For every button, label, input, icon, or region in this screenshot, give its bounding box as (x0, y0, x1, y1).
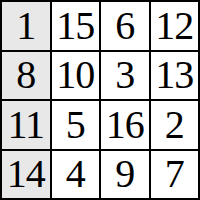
grid-cell-r4c2: 4 (52, 151, 100, 199)
grid-cell-r1c3: 6 (101, 2, 149, 50)
grid-cell-r1c1: 1 (2, 2, 50, 50)
grid-cell-r1c2: 15 (52, 2, 100, 50)
grid-cell-r4c4: 7 (151, 151, 199, 199)
grid-cell-r1c4: 12 (151, 2, 199, 50)
grid-cell-r4c1: 14 (2, 151, 50, 199)
grid-cell-r2c2: 10 (52, 52, 100, 100)
grid-cell-r3c3: 16 (101, 101, 149, 149)
grid-cell-r2c4: 13 (151, 52, 199, 100)
grid-cell-r3c4: 2 (151, 101, 199, 149)
grid-cell-r2c1: 8 (2, 52, 50, 100)
grid-cell-r3c1: 11 (2, 101, 50, 149)
grid-cell-r3c2: 5 (52, 101, 100, 149)
magic-square-board: 11561281031311516214497 (0, 0, 200, 200)
grid-cell-r4c3: 9 (101, 151, 149, 199)
grid-cell-r2c3: 3 (101, 52, 149, 100)
